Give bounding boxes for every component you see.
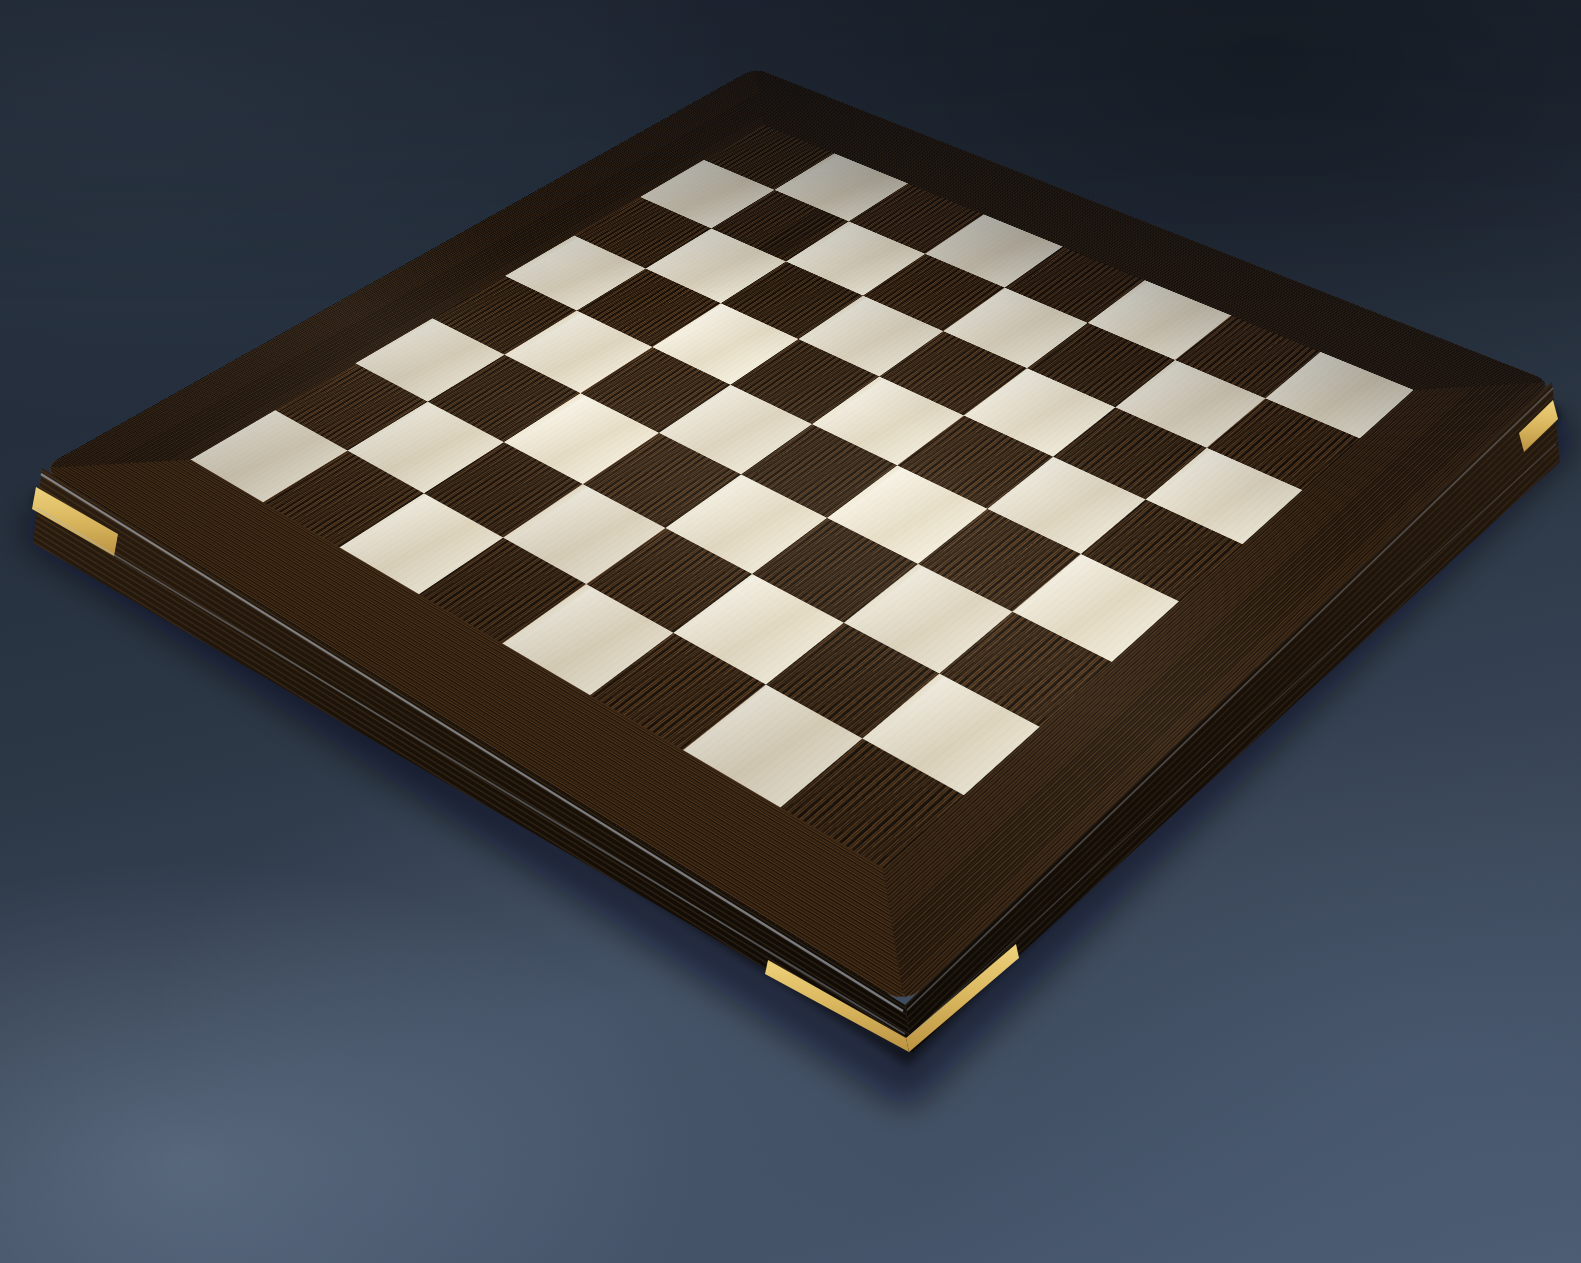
scene — [0, 0, 1581, 1263]
